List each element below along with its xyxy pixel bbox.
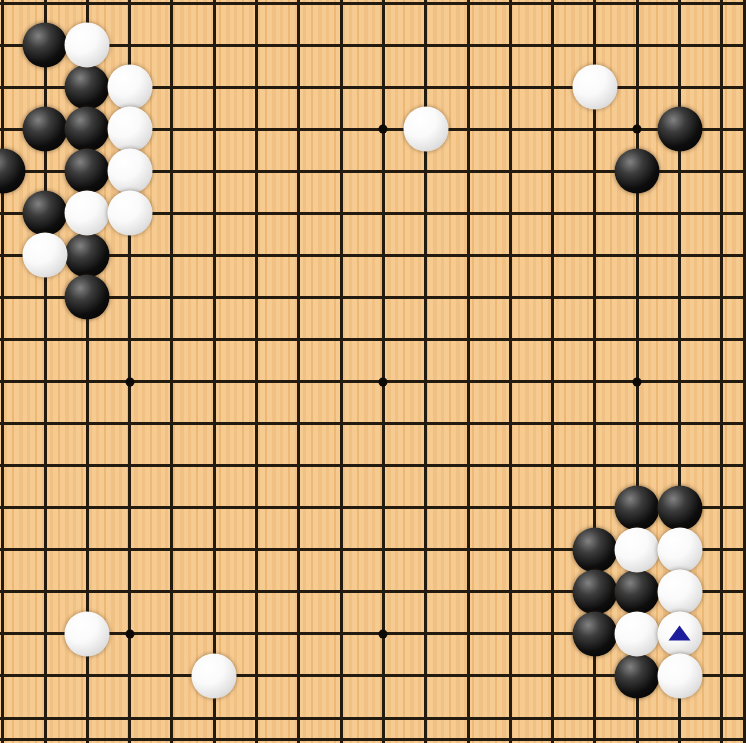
- grid-line-horizontal: [0, 464, 746, 467]
- grid-line-horizontal: [0, 338, 746, 341]
- black-stone: [65, 65, 110, 110]
- star-point: [379, 629, 388, 638]
- black-stone: [65, 149, 110, 194]
- white-stone: [107, 191, 152, 236]
- white-stone: [192, 653, 237, 698]
- white-stone: [65, 611, 110, 656]
- white-stone: [657, 611, 702, 656]
- white-stone: [107, 65, 152, 110]
- white-stone: [615, 611, 660, 656]
- black-stone: [23, 107, 68, 152]
- black-stone: [657, 485, 702, 530]
- grid-line-horizontal: [0, 296, 746, 299]
- white-stone: [107, 149, 152, 194]
- black-stone: [572, 569, 617, 614]
- star-point: [125, 377, 134, 386]
- grid-line-horizontal: [0, 422, 746, 425]
- triangle-marker: [669, 626, 691, 641]
- black-stone: [65, 233, 110, 278]
- black-stone: [23, 191, 68, 236]
- white-stone: [657, 653, 702, 698]
- white-stone: [107, 107, 152, 152]
- black-stone: [0, 149, 25, 194]
- black-stone: [615, 485, 660, 530]
- star-point: [633, 125, 642, 134]
- white-stone: [23, 233, 68, 278]
- black-stone: [615, 653, 660, 698]
- black-stone: [572, 611, 617, 656]
- grid-line-horizontal: [0, 2, 746, 5]
- star-point: [125, 629, 134, 638]
- white-stone: [657, 527, 702, 572]
- star-point: [633, 377, 642, 386]
- black-stone: [23, 23, 68, 68]
- star-point: [379, 377, 388, 386]
- grid-line-horizontal: [0, 44, 746, 47]
- white-stone: [65, 191, 110, 236]
- black-stone: [65, 107, 110, 152]
- grid-line-horizontal: [0, 717, 746, 720]
- grid-line-horizontal: [0, 254, 746, 257]
- black-stone: [615, 569, 660, 614]
- white-stone: [615, 527, 660, 572]
- white-stone: [65, 23, 110, 68]
- star-point: [379, 125, 388, 134]
- black-stone: [615, 149, 660, 194]
- white-stone: [657, 569, 702, 614]
- black-stone: [572, 527, 617, 572]
- black-stone: [65, 275, 110, 320]
- grid-line-horizontal-edge: [0, 738, 746, 741]
- white-stone: [403, 107, 448, 152]
- black-stone: [657, 107, 702, 152]
- go-board[interactable]: [0, 0, 746, 743]
- white-stone: [572, 65, 617, 110]
